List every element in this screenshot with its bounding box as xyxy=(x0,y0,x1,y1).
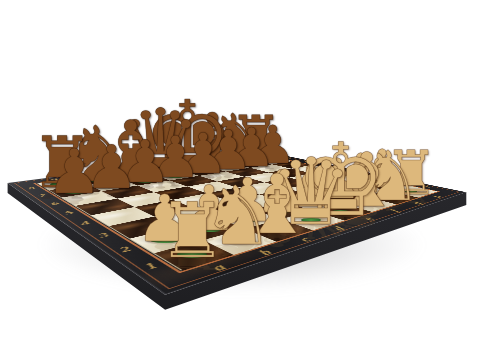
pieces-layer: ♜♜♞♞♝♝♛♛♚♚♝♝♞♞♜♜♟♟♟♟♟♟♟♟♟♟♟♟♟♟♟♟♟♟♟♟♟♟♟♟… xyxy=(0,0,480,360)
white-rook-a1: ♜ xyxy=(158,193,226,269)
chess-set-photo: aabbccddeeffgghh8877665544332211 ♜♜♞♞♝♝♛… xyxy=(0,0,480,360)
black-pawn-a7: ♟ xyxy=(47,141,102,203)
